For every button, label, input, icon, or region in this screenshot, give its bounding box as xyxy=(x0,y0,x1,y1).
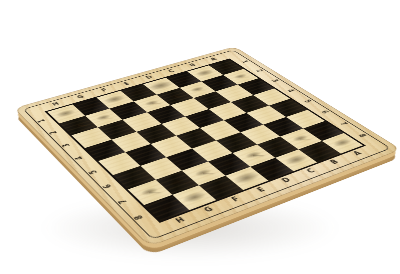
file-label-c: C xyxy=(167,69,176,73)
file-label-h: H xyxy=(51,101,61,106)
file-label-g: G xyxy=(76,94,85,99)
chess-set-photo: HGFEDCBA HGFEDCBA 12345678 12345678 ♜♞♝♛… xyxy=(0,0,400,274)
file-label-d: D xyxy=(145,75,154,80)
rank-label-4: 4 xyxy=(286,89,296,93)
rank-label-1: 1 xyxy=(240,60,249,64)
file-label-f: F xyxy=(100,88,108,93)
file-label-a: A xyxy=(209,57,218,61)
rank-label-2: 2 xyxy=(255,69,264,73)
rank-label-3: 3 xyxy=(270,79,280,83)
rook-glyph: ♜ xyxy=(144,163,187,211)
file-label-b: B xyxy=(188,63,197,67)
rank-label-1: 1 xyxy=(37,118,47,123)
file-label-e: E xyxy=(123,81,131,85)
